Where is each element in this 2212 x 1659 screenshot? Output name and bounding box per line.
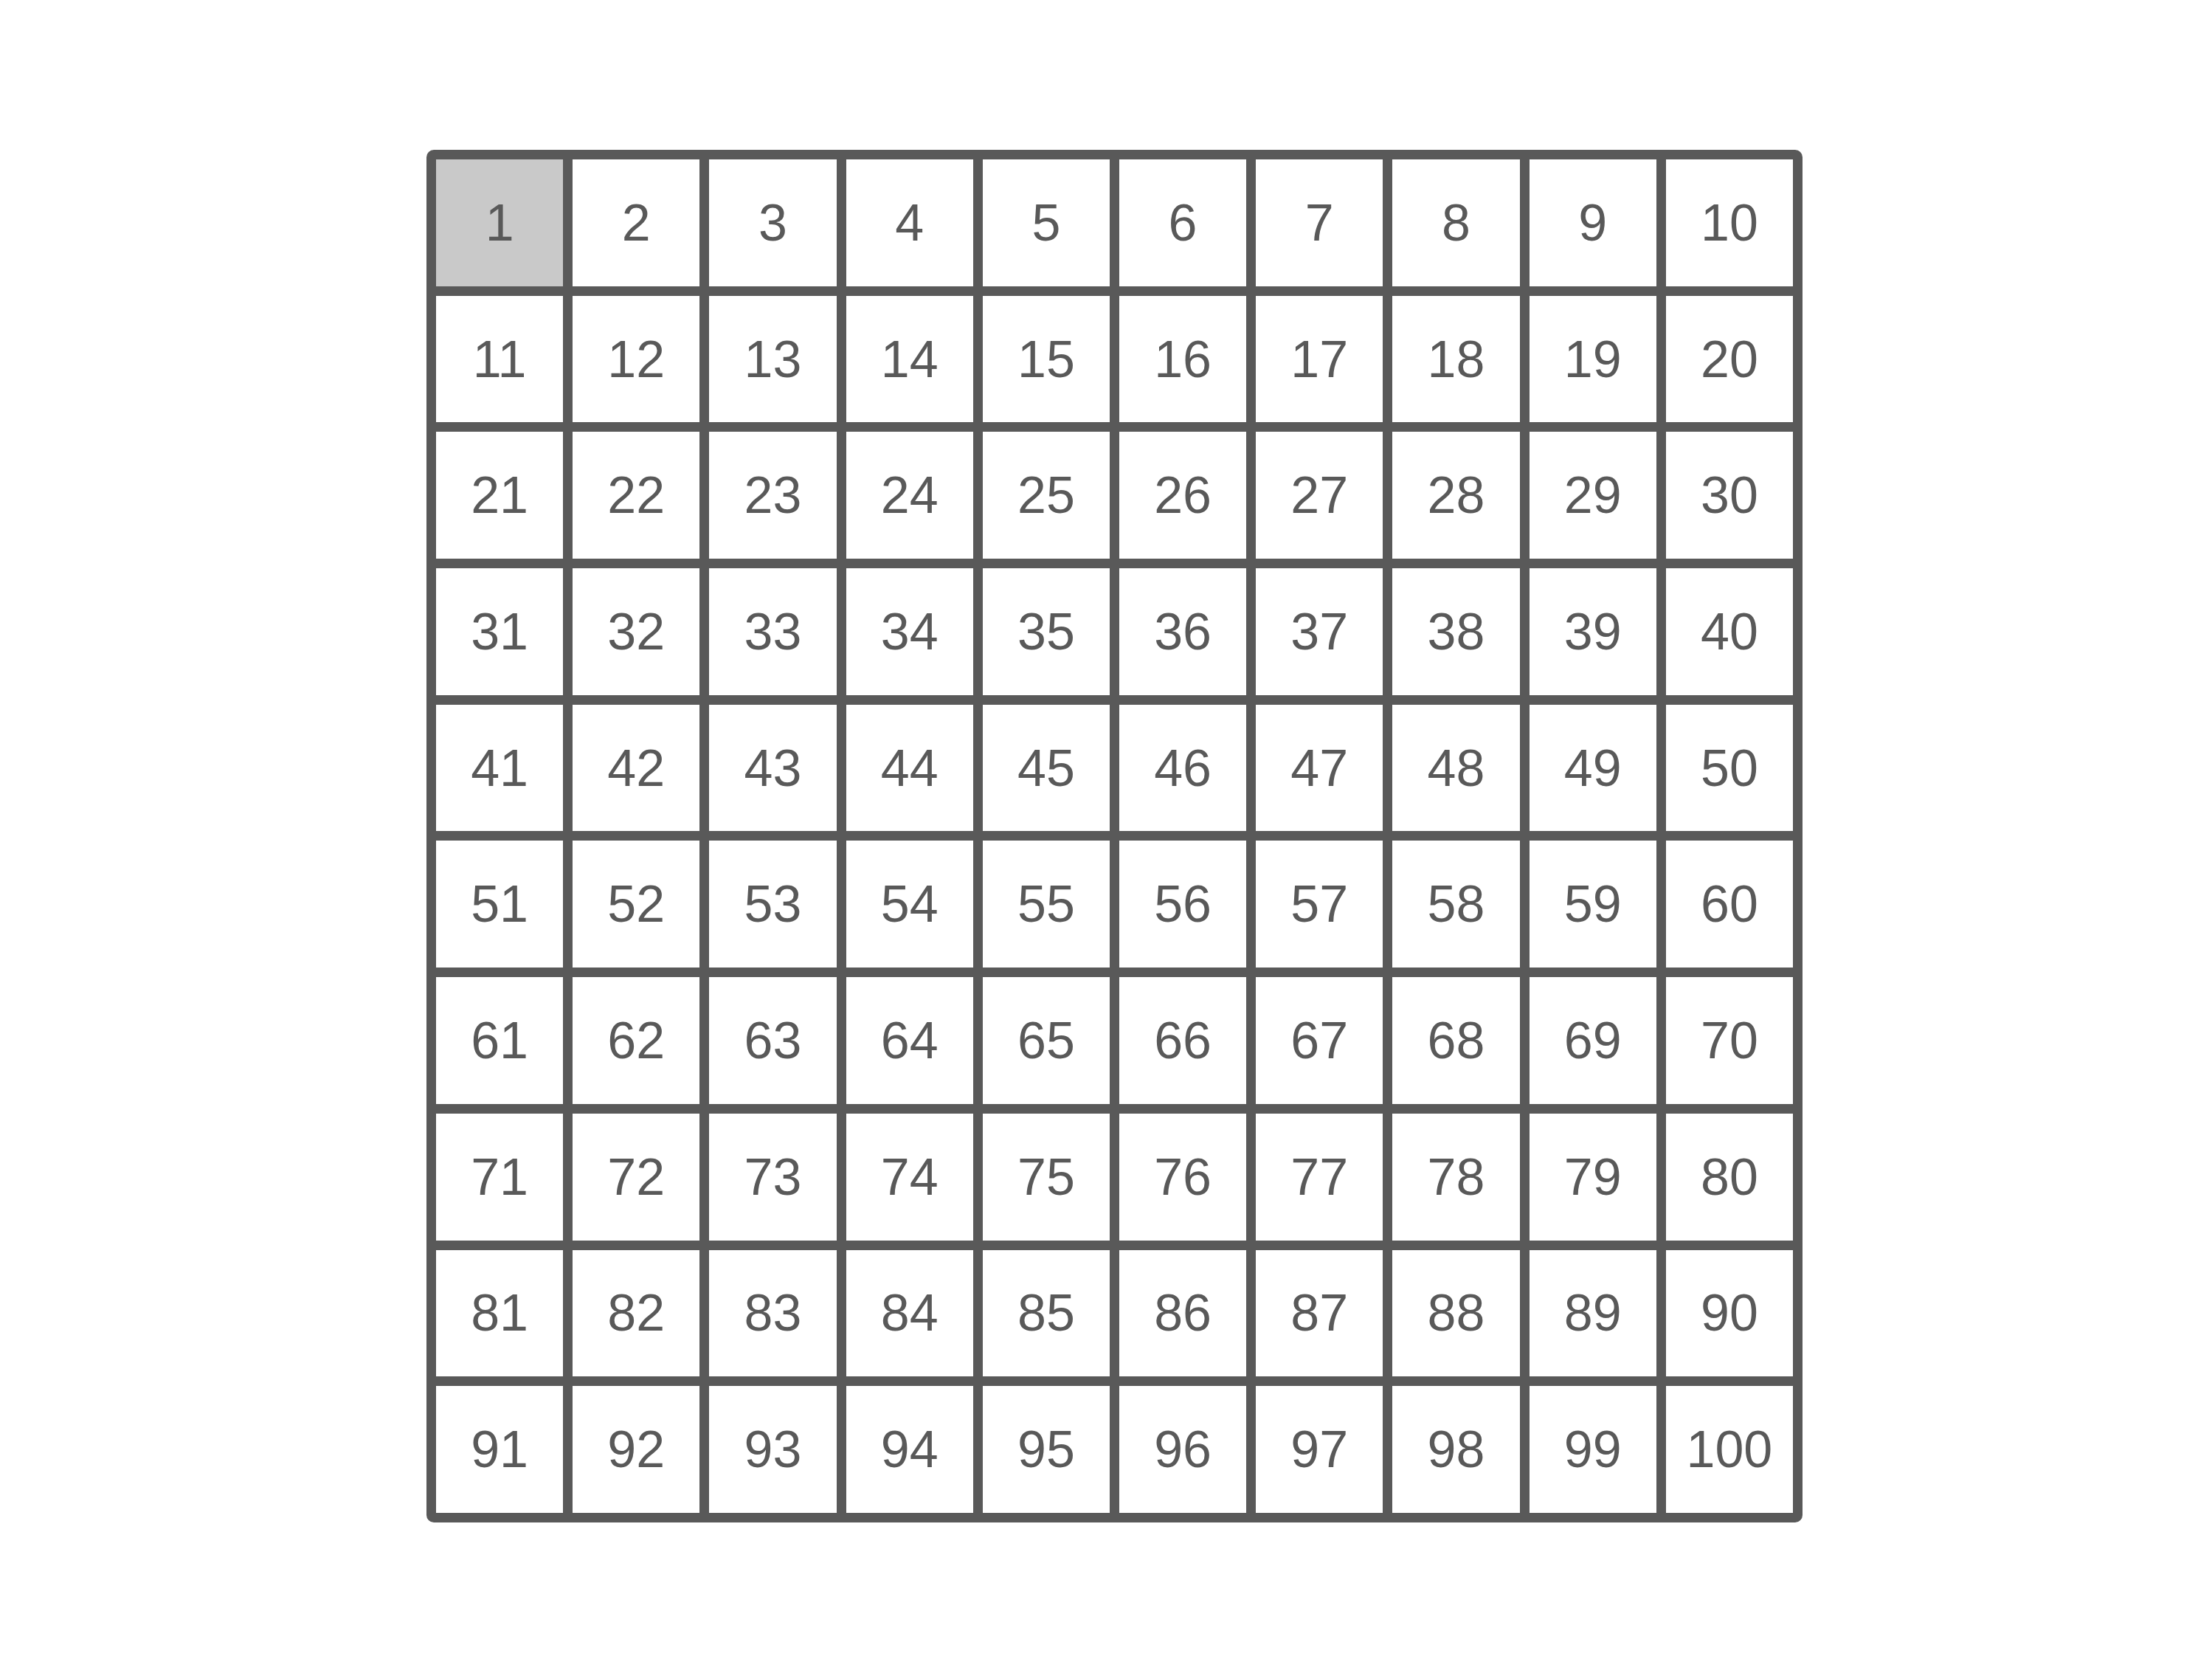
cell-74[interactable]: 74 [846,1114,973,1241]
cell-82[interactable]: 82 [573,1250,699,1377]
cell-69[interactable]: 69 [1530,977,1656,1104]
cell-48[interactable]: 48 [1392,705,1519,832]
cell-44[interactable]: 44 [846,705,973,832]
cell-97[interactable]: 97 [1256,1386,1383,1513]
cell-76[interactable]: 76 [1119,1114,1246,1241]
cell-29[interactable]: 29 [1530,432,1656,559]
cell-52[interactable]: 52 [573,841,699,968]
cell-16[interactable]: 16 [1119,296,1246,423]
cell-35[interactable]: 35 [983,568,1110,695]
cell-26[interactable]: 26 [1119,432,1246,559]
cell-2[interactable]: 2 [573,159,699,286]
cell-28[interactable]: 28 [1392,432,1519,559]
cell-34[interactable]: 34 [846,568,973,695]
cell-4[interactable]: 4 [846,159,973,286]
cell-19[interactable]: 19 [1530,296,1656,423]
cell-7[interactable]: 7 [1256,159,1383,286]
cell-5[interactable]: 5 [983,159,1110,286]
cell-78[interactable]: 78 [1392,1114,1519,1241]
cell-23[interactable]: 23 [709,432,836,559]
cell-92[interactable]: 92 [573,1386,699,1513]
cell-33[interactable]: 33 [709,568,836,695]
cell-94[interactable]: 94 [846,1386,973,1513]
cell-42[interactable]: 42 [573,705,699,832]
cell-62[interactable]: 62 [573,977,699,1104]
cell-39[interactable]: 39 [1530,568,1656,695]
cell-36[interactable]: 36 [1119,568,1246,695]
cell-3[interactable]: 3 [709,159,836,286]
cell-89[interactable]: 89 [1530,1250,1656,1377]
cell-11[interactable]: 11 [436,296,563,423]
cell-87[interactable]: 87 [1256,1250,1383,1377]
cell-27[interactable]: 27 [1256,432,1383,559]
cell-9[interactable]: 9 [1530,159,1656,286]
cell-43[interactable]: 43 [709,705,836,832]
cell-37[interactable]: 37 [1256,568,1383,695]
cell-49[interactable]: 49 [1530,705,1656,832]
cell-31[interactable]: 31 [436,568,563,695]
cell-41[interactable]: 41 [436,705,563,832]
cell-86[interactable]: 86 [1119,1250,1246,1377]
cell-8[interactable]: 8 [1392,159,1519,286]
cell-81[interactable]: 81 [436,1250,563,1377]
cell-70[interactable]: 70 [1666,977,1793,1104]
cell-55[interactable]: 55 [983,841,1110,968]
cell-18[interactable]: 18 [1392,296,1519,423]
cell-47[interactable]: 47 [1256,705,1383,832]
cell-51[interactable]: 51 [436,841,563,968]
cell-56[interactable]: 56 [1119,841,1246,968]
cell-80[interactable]: 80 [1666,1114,1793,1241]
cell-13[interactable]: 13 [709,296,836,423]
cell-57[interactable]: 57 [1256,841,1383,968]
cell-77[interactable]: 77 [1256,1114,1383,1241]
cell-64[interactable]: 64 [846,977,973,1104]
cell-17[interactable]: 17 [1256,296,1383,423]
cell-50[interactable]: 50 [1666,705,1793,832]
cell-15[interactable]: 15 [983,296,1110,423]
cell-98[interactable]: 98 [1392,1386,1519,1513]
cell-66[interactable]: 66 [1119,977,1246,1104]
cell-25[interactable]: 25 [983,432,1110,559]
cell-67[interactable]: 67 [1256,977,1383,1104]
cell-54[interactable]: 54 [846,841,973,968]
cell-93[interactable]: 93 [709,1386,836,1513]
cell-59[interactable]: 59 [1530,841,1656,968]
cell-63[interactable]: 63 [709,977,836,1104]
cell-100[interactable]: 100 [1666,1386,1793,1513]
cell-91[interactable]: 91 [436,1386,563,1513]
cell-45[interactable]: 45 [983,705,1110,832]
cell-60[interactable]: 60 [1666,841,1793,968]
cell-24[interactable]: 24 [846,432,973,559]
cell-1[interactable]: 1 [436,159,563,286]
cell-30[interactable]: 30 [1666,432,1793,559]
cell-46[interactable]: 46 [1119,705,1246,832]
cell-58[interactable]: 58 [1392,841,1519,968]
cell-72[interactable]: 72 [573,1114,699,1241]
cell-75[interactable]: 75 [983,1114,1110,1241]
cell-88[interactable]: 88 [1392,1250,1519,1377]
cell-83[interactable]: 83 [709,1250,836,1377]
cell-79[interactable]: 79 [1530,1114,1656,1241]
cell-96[interactable]: 96 [1119,1386,1246,1513]
cell-32[interactable]: 32 [573,568,699,695]
cell-12[interactable]: 12 [573,296,699,423]
cell-65[interactable]: 65 [983,977,1110,1104]
cell-10[interactable]: 10 [1666,159,1793,286]
cell-38[interactable]: 38 [1392,568,1519,695]
cell-71[interactable]: 71 [436,1114,563,1241]
cell-85[interactable]: 85 [983,1250,1110,1377]
cell-61[interactable]: 61 [436,977,563,1104]
cell-73[interactable]: 73 [709,1114,836,1241]
cell-99[interactable]: 99 [1530,1386,1656,1513]
cell-84[interactable]: 84 [846,1250,973,1377]
cell-22[interactable]: 22 [573,432,699,559]
cell-14[interactable]: 14 [846,296,973,423]
cell-53[interactable]: 53 [709,841,836,968]
cell-40[interactable]: 40 [1666,568,1793,695]
cell-90[interactable]: 90 [1666,1250,1793,1377]
cell-21[interactable]: 21 [436,432,563,559]
hundred-chart-board: 1234567891011121314151617181920212223242… [426,150,1803,1522]
cell-68[interactable]: 68 [1392,977,1519,1104]
cell-95[interactable]: 95 [983,1386,1110,1513]
cell-6[interactable]: 6 [1119,159,1246,286]
cell-20[interactable]: 20 [1666,296,1793,423]
